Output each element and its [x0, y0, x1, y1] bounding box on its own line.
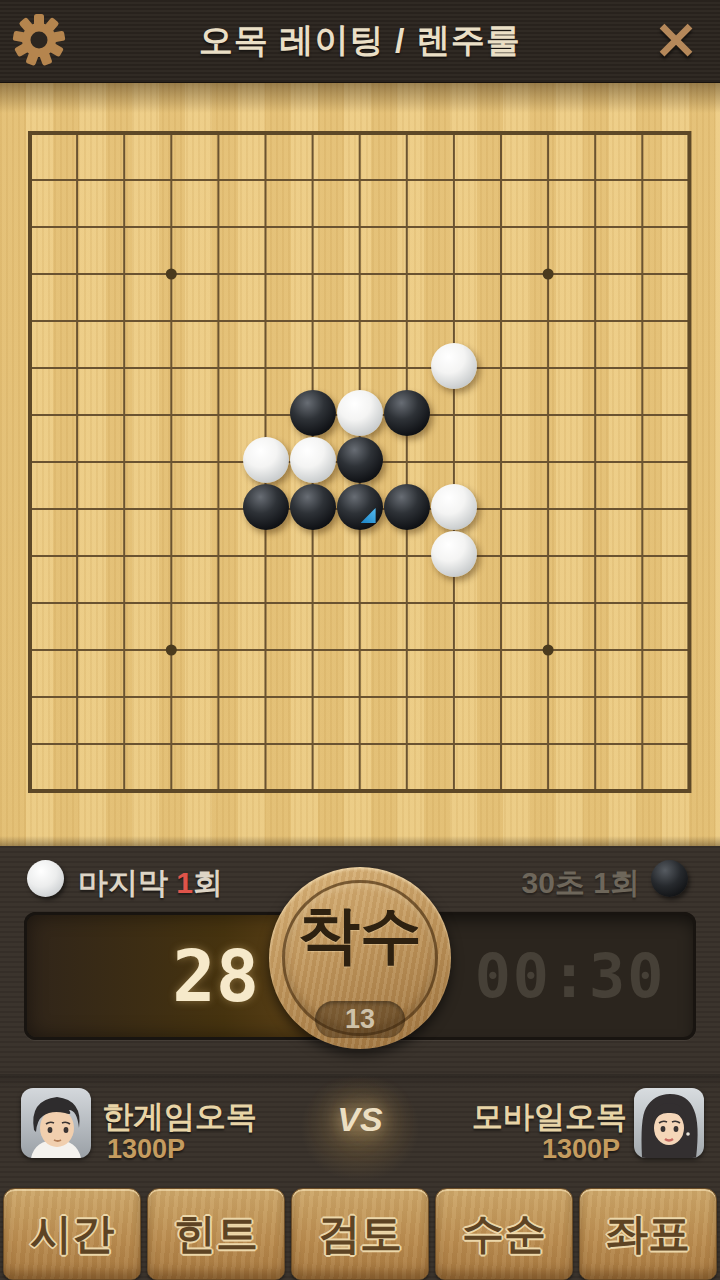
place-stone-button[interactable]: 착수 13 [269, 867, 451, 1049]
action-buttons-row: 시간힌트검토수순좌표 [0, 1188, 720, 1280]
black-stone-icon [651, 860, 688, 897]
black-byoyomi-label: 30초 1회 [522, 863, 640, 904]
last-move-marker [361, 508, 376, 523]
white-stone-icon [27, 860, 64, 897]
left-player-name: 한게임오목 [102, 1096, 257, 1138]
stone-black [384, 390, 430, 436]
button-moves[interactable]: 수순 [435, 1188, 573, 1280]
stone-white [243, 437, 289, 483]
bottom-panel: 마지막 1회 30초 1회 28 00:30 착수 13 [0, 846, 720, 1280]
close-icon[interactable]: ✕ [646, 8, 706, 74]
button-hint[interactable]: 힌트 [147, 1188, 285, 1280]
settings-gear-icon[interactable] [12, 13, 66, 67]
gomoku-board[interactable] [0, 83, 720, 846]
right-player-rating: 1300P [542, 1134, 620, 1165]
byoyomi-text: 마지막 [78, 866, 176, 899]
stone-black [290, 390, 336, 436]
stone-black [243, 484, 289, 530]
stone-black [337, 437, 383, 483]
stone-black [337, 484, 383, 530]
stone-white [431, 484, 477, 530]
black-timer-inactive: 00:30 [447, 915, 693, 1037]
byoyomi-count: 1 [176, 866, 193, 899]
stone-white [337, 390, 383, 436]
byoyomi-suffix: 회 [193, 866, 223, 899]
top-bar: 오목 레이팅 / 렌주룰 ✕ [0, 0, 720, 83]
stone-white [431, 343, 477, 389]
button-coords[interactable]: 좌표 [579, 1188, 717, 1280]
right-player-avatar [634, 1088, 704, 1158]
stone-white [290, 437, 336, 483]
left-player-avatar [21, 1088, 91, 1158]
stone-white [431, 531, 477, 577]
right-player-name: 모바일오목 [472, 1096, 627, 1138]
button-time[interactable]: 시간 [3, 1188, 141, 1280]
white-byoyomi-label: 마지막 1회 [78, 863, 223, 904]
move-count-badge: 13 [315, 1001, 405, 1038]
stone-black [384, 484, 430, 530]
page-title: 오목 레이팅 / 렌주룰 [199, 18, 521, 64]
black-timer-value: 00:30 [475, 941, 666, 1011]
vs-label: VS [310, 1100, 410, 1139]
left-player-rating: 1300P [107, 1134, 185, 1165]
players-row: 한게임오목 1300P VS 모바일오목 1300P [0, 1074, 720, 1182]
button-review[interactable]: 검토 [291, 1188, 429, 1280]
place-stone-label: 착수 [269, 893, 451, 977]
stone-black [290, 484, 336, 530]
white-timer-value: 28 [172, 934, 259, 1018]
